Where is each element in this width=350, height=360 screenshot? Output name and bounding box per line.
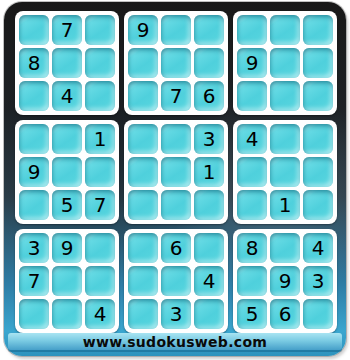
cell-r4c4[interactable] — [128, 124, 158, 154]
cell-r4c3[interactable]: 1 — [85, 124, 115, 154]
cell-r6c9[interactable] — [303, 190, 333, 220]
cell-r3c6[interactable]: 6 — [194, 81, 224, 111]
cell-r9c9[interactable] — [303, 299, 333, 329]
cell-r3c3[interactable] — [85, 81, 115, 111]
cell-r7c1[interactable]: 3 — [19, 233, 49, 263]
cell-r3c8[interactable] — [270, 81, 300, 111]
cell-r6c5[interactable] — [161, 190, 191, 220]
cell-r3c5[interactable]: 7 — [161, 81, 191, 111]
cell-r5c4[interactable] — [128, 157, 158, 187]
box-5: 31 — [124, 120, 228, 224]
cell-r3c2[interactable]: 4 — [52, 81, 82, 111]
cell-r1c2[interactable]: 7 — [52, 15, 82, 45]
cell-r6c8[interactable]: 1 — [270, 190, 300, 220]
cell-r5c8[interactable] — [270, 157, 300, 187]
cell-r6c7[interactable] — [237, 190, 267, 220]
cell-r2c1[interactable]: 8 — [19, 48, 49, 78]
cell-r9c2[interactable] — [52, 299, 82, 329]
cell-r6c2[interactable]: 5 — [52, 190, 82, 220]
cell-r9c5[interactable]: 3 — [161, 299, 191, 329]
cell-r7c7[interactable]: 8 — [237, 233, 267, 263]
cell-r7c6[interactable] — [194, 233, 224, 263]
cell-r2c3[interactable] — [85, 48, 115, 78]
footer-banner: www.sudokusweb.com — [8, 333, 342, 350]
cell-r2c2[interactable] — [52, 48, 82, 78]
cell-r1c9[interactable] — [303, 15, 333, 45]
cell-r9c4[interactable] — [128, 299, 158, 329]
cell-r5c6[interactable]: 1 — [194, 157, 224, 187]
cell-r5c3[interactable] — [85, 157, 115, 187]
cell-r4c6[interactable]: 3 — [194, 124, 224, 154]
cell-r8c8[interactable]: 9 — [270, 266, 300, 296]
cell-r1c5[interactable] — [161, 15, 191, 45]
cell-r5c1[interactable]: 9 — [19, 157, 49, 187]
cell-r9c7[interactable]: 5 — [237, 299, 267, 329]
cell-r2c4[interactable] — [128, 48, 158, 78]
cell-r6c1[interactable] — [19, 190, 49, 220]
box-8: 643 — [124, 229, 228, 333]
cell-r9c1[interactable] — [19, 299, 49, 329]
box-6: 41 — [233, 120, 337, 224]
cell-r1c6[interactable] — [194, 15, 224, 45]
cell-r4c8[interactable] — [270, 124, 300, 154]
cell-r7c2[interactable]: 9 — [52, 233, 82, 263]
sudoku-board: 7849769195731413974643849356 — [15, 11, 337, 333]
cell-r8c7[interactable] — [237, 266, 267, 296]
cell-r4c2[interactable] — [52, 124, 82, 154]
cell-r1c1[interactable] — [19, 15, 49, 45]
box-3: 9 — [233, 11, 337, 115]
cell-r2c7[interactable]: 9 — [237, 48, 267, 78]
box-9: 849356 — [233, 229, 337, 333]
box-4: 1957 — [15, 120, 119, 224]
cell-r5c7[interactable] — [237, 157, 267, 187]
cell-r3c4[interactable] — [128, 81, 158, 111]
cell-r9c3[interactable]: 4 — [85, 299, 115, 329]
cell-r8c9[interactable]: 3 — [303, 266, 333, 296]
cell-r8c4[interactable] — [128, 266, 158, 296]
cell-r8c3[interactable] — [85, 266, 115, 296]
cell-r8c1[interactable]: 7 — [19, 266, 49, 296]
cell-r5c2[interactable] — [52, 157, 82, 187]
cell-r1c8[interactable] — [270, 15, 300, 45]
cell-r9c8[interactable]: 6 — [270, 299, 300, 329]
cell-r6c6[interactable] — [194, 190, 224, 220]
cell-r8c6[interactable]: 4 — [194, 266, 224, 296]
cell-r2c9[interactable] — [303, 48, 333, 78]
cell-r7c3[interactable] — [85, 233, 115, 263]
board-frame: 7849769195731413974643849356 www.sudokus… — [4, 2, 346, 356]
cell-r1c3[interactable] — [85, 15, 115, 45]
box-7: 3974 — [15, 229, 119, 333]
cell-r8c5[interactable] — [161, 266, 191, 296]
cell-r2c6[interactable] — [194, 48, 224, 78]
cell-r3c9[interactable] — [303, 81, 333, 111]
cell-r2c8[interactable] — [270, 48, 300, 78]
cell-r6c3[interactable]: 7 — [85, 190, 115, 220]
cell-r2c5[interactable] — [161, 48, 191, 78]
cell-r5c9[interactable] — [303, 157, 333, 187]
cell-r4c1[interactable] — [19, 124, 49, 154]
cell-r3c7[interactable] — [237, 81, 267, 111]
cell-r3c1[interactable] — [19, 81, 49, 111]
cell-r7c8[interactable] — [270, 233, 300, 263]
box-1: 784 — [15, 11, 119, 115]
website-link[interactable]: www.sudokusweb.com — [83, 334, 267, 350]
cell-r4c7[interactable]: 4 — [237, 124, 267, 154]
box-2: 976 — [124, 11, 228, 115]
cell-r4c5[interactable] — [161, 124, 191, 154]
cell-r9c6[interactable] — [194, 299, 224, 329]
cell-r8c2[interactable] — [52, 266, 82, 296]
cell-r1c4[interactable]: 9 — [128, 15, 158, 45]
cell-r6c4[interactable] — [128, 190, 158, 220]
cell-r4c9[interactable] — [303, 124, 333, 154]
cell-r1c7[interactable] — [237, 15, 267, 45]
cell-r7c9[interactable]: 4 — [303, 233, 333, 263]
cell-r7c5[interactable]: 6 — [161, 233, 191, 263]
cell-r5c5[interactable] — [161, 157, 191, 187]
cell-r7c4[interactable] — [128, 233, 158, 263]
